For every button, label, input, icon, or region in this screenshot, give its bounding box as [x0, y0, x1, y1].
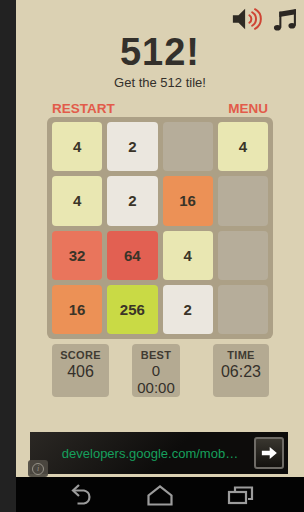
- best-value: 0: [152, 362, 160, 379]
- home-icon: [144, 482, 176, 508]
- time-box: TIME 06:23: [213, 344, 269, 397]
- tile-4: 4: [52, 122, 102, 171]
- tile-2: 2: [163, 285, 213, 334]
- empty-cell: [218, 176, 268, 225]
- tile-256: 256: [107, 285, 157, 334]
- music-toggle-button[interactable]: [268, 5, 300, 33]
- ad-info-badge[interactable]: i: [28, 460, 48, 477]
- ad-arrow-button[interactable]: [254, 437, 284, 469]
- page-title: 512!: [16, 31, 304, 74]
- page-subtitle: Get the 512 tile!: [16, 75, 304, 90]
- tile-2: 2: [107, 176, 157, 225]
- tile-4: 4: [52, 176, 102, 225]
- empty-cell: [163, 122, 213, 171]
- nav-recents-button[interactable]: [200, 477, 280, 512]
- music-note-icon: [271, 6, 298, 33]
- tile-32: 32: [52, 231, 102, 280]
- recents-icon: [224, 482, 256, 508]
- menu-button[interactable]: MENU: [228, 101, 268, 116]
- restart-button[interactable]: RESTART: [52, 101, 115, 116]
- empty-cell: [218, 285, 268, 334]
- sound-toggle-button[interactable]: [231, 5, 263, 33]
- nav-back-button[interactable]: [40, 477, 120, 512]
- tile-4: 4: [163, 231, 213, 280]
- speaker-icon: [231, 6, 263, 32]
- score-value: 406: [67, 362, 94, 381]
- android-nav-bar: [16, 477, 304, 512]
- info-icon: i: [32, 463, 44, 475]
- app-screen: 512! Get the 512 tile! RESTART MENU 4244…: [16, 0, 304, 512]
- score-box: SCORE 406: [52, 344, 109, 397]
- back-icon: [64, 482, 96, 508]
- tile-64: 64: [107, 231, 157, 280]
- game-controls: RESTART MENU: [52, 100, 268, 117]
- header-icons: [231, 5, 300, 33]
- tile-16: 16: [163, 176, 213, 225]
- best-time-value: 00:00: [137, 379, 175, 396]
- time-label: TIME: [227, 348, 254, 362]
- best-label: BEST: [141, 348, 172, 362]
- tile-4: 4: [218, 122, 268, 171]
- arrow-right-icon: [258, 443, 280, 463]
- nav-home-button[interactable]: [120, 477, 200, 512]
- tile-2: 2: [107, 122, 157, 171]
- empty-cell: [218, 231, 268, 280]
- best-box: BEST 0 00:00: [132, 344, 180, 397]
- score-label: SCORE: [60, 348, 101, 362]
- ad-link-text[interactable]: developers.google.com/mob…: [30, 446, 254, 461]
- tile-16: 16: [52, 285, 102, 334]
- board-grid[interactable]: 424421632644162562: [47, 117, 273, 339]
- time-value: 06:23: [221, 362, 261, 381]
- ad-banner[interactable]: developers.google.com/mob… i: [30, 432, 288, 474]
